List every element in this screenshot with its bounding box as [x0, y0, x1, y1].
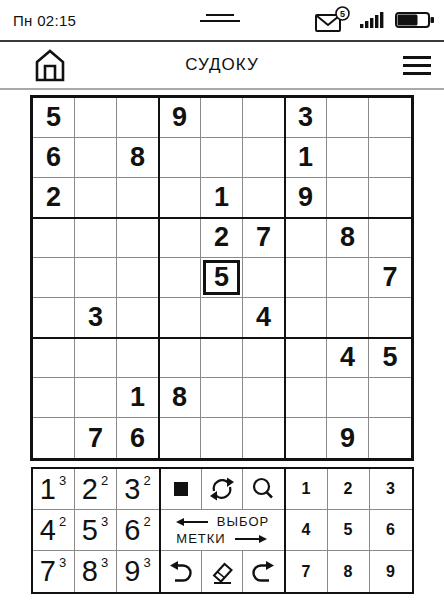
numpad-digit: 3 — [386, 480, 395, 498]
cell-r6c1[interactable] — [33, 298, 75, 338]
cell-r2c3[interactable]: 8 — [117, 138, 159, 178]
mark-digit: 3 — [124, 475, 140, 504]
numpad-digit: 1 — [302, 480, 311, 498]
cell-r9c8[interactable]: 9 — [327, 418, 369, 458]
cell-r1c5[interactable] — [201, 98, 243, 138]
mark-button-1[interactable]: 13 — [33, 469, 75, 510]
cell-r8c5[interactable] — [201, 378, 243, 418]
cell-r3c9[interactable] — [369, 178, 411, 218]
cell-r1c4[interactable]: 9 — [159, 98, 201, 138]
cell-r5c5[interactable]: 5 — [201, 258, 243, 298]
mark-digit: 4 — [40, 516, 56, 545]
restart-button[interactable] — [202, 469, 243, 510]
cell-r5c3[interactable] — [117, 258, 159, 298]
mark-button-6[interactable]: 62 — [117, 510, 159, 551]
header: СУДОКУ — [0, 42, 444, 90]
mark-count: 2 — [143, 515, 150, 528]
cell-r5c2[interactable] — [75, 258, 117, 298]
cell-r4c4[interactable] — [159, 218, 201, 258]
cell-r5c7[interactable] — [285, 258, 327, 298]
cell-r8c6[interactable] — [243, 378, 285, 418]
cell-r3c1[interactable]: 2 — [33, 178, 75, 218]
mode-line-marks: МЕТКИ — [176, 531, 267, 546]
cell-r9c3[interactable]: 6 — [117, 418, 159, 458]
mark-digit: 2 — [82, 475, 98, 504]
cell-r6c9[interactable] — [369, 298, 411, 338]
mark-count: 2 — [59, 515, 66, 528]
cell-r5c4[interactable] — [159, 258, 201, 298]
numpad-digit: 4 — [302, 521, 311, 539]
cell-r4c9[interactable] — [369, 218, 411, 258]
mark-button-7[interactable]: 73 — [33, 551, 75, 592]
signal-icon — [360, 11, 386, 29]
mark-digit: 8 — [82, 557, 98, 586]
cell-r7c3[interactable] — [117, 338, 159, 378]
mark-digit: 5 — [82, 516, 98, 545]
numpad-button-7[interactable]: 7 — [286, 551, 328, 592]
cell-r6c2[interactable]: 3 — [75, 298, 117, 338]
fill-mode-button[interactable] — [161, 469, 202, 510]
mark-button-5[interactable]: 53 — [75, 510, 117, 551]
numpad-button-2[interactable]: 2 — [328, 469, 370, 510]
cell-r2c1[interactable]: 6 — [33, 138, 75, 178]
toolbar-middle: ВЫБОР МЕТКИ — [159, 467, 286, 594]
number-pad: 123456789 — [284, 467, 414, 594]
mark-digit: 1 — [40, 475, 56, 504]
cell-r2c9[interactable] — [369, 138, 411, 178]
cell-r1c9[interactable] — [369, 98, 411, 138]
numpad-digit: 2 — [344, 480, 353, 498]
sudoku-app-screen: Пн 02:15 5 — [0, 0, 444, 600]
arrow-left-icon — [175, 517, 209, 527]
numpad-digit: 9 — [386, 563, 395, 581]
numpad-button-5[interactable]: 5 — [328, 510, 370, 551]
cell-r6c6[interactable]: 4 — [243, 298, 285, 338]
cell-r9c4[interactable] — [159, 418, 201, 458]
clock: Пн 02:15 — [0, 12, 76, 29]
mark-button-3[interactable]: 32 — [117, 469, 159, 510]
cell-r4c3[interactable] — [117, 218, 159, 258]
mark-count: 2 — [101, 474, 108, 487]
mark-button-8[interactable]: 83 — [75, 551, 117, 592]
cell-r7c6[interactable] — [243, 338, 285, 378]
cell-r9c5[interactable] — [201, 418, 243, 458]
cell-r2c4[interactable] — [159, 138, 201, 178]
redo-button[interactable] — [243, 551, 284, 592]
mail-icon: 5 — [314, 6, 351, 34]
status-bar: Пн 02:15 5 — [0, 0, 444, 42]
restart-icon — [208, 475, 236, 503]
cell-r9c9[interactable] — [369, 418, 411, 458]
cell-r7c8[interactable]: 4 — [327, 338, 369, 378]
numpad-button-3[interactable]: 3 — [370, 469, 412, 510]
cell-r3c8[interactable] — [327, 178, 369, 218]
cell-r2c2[interactable] — [75, 138, 117, 178]
menu-button[interactable] — [402, 51, 432, 79]
numpad-digit: 5 — [344, 521, 353, 539]
numpad-digit: 6 — [386, 521, 395, 539]
cell-r8c8[interactable] — [327, 378, 369, 418]
cell-r8c4[interactable]: 8 — [159, 378, 201, 418]
cell-r1c7[interactable]: 3 — [285, 98, 327, 138]
cell-r5c6[interactable] — [243, 258, 285, 298]
page-title: СУДОКУ — [0, 55, 444, 75]
eraser-icon — [208, 558, 236, 586]
cell-r3c6[interactable] — [243, 178, 285, 218]
mark-digit: 6 — [124, 516, 140, 545]
eraser-button[interactable] — [202, 551, 243, 592]
cell-r1c8[interactable] — [327, 98, 369, 138]
cell-r9c7[interactable] — [285, 418, 327, 458]
mark-button-9[interactable]: 93 — [117, 551, 159, 592]
cell-r4c8[interactable]: 8 — [327, 218, 369, 258]
mark-button-4[interactable]: 42 — [33, 510, 75, 551]
cell-r3c7[interactable]: 9 — [285, 178, 327, 218]
numpad-button-1[interactable]: 1 — [286, 469, 328, 510]
undo-icon — [166, 559, 196, 585]
redo-icon — [248, 559, 278, 585]
mark-count: 3 — [101, 556, 108, 569]
status-icons: 5 — [314, 0, 435, 40]
numpad-button-9[interactable]: 9 — [370, 551, 412, 592]
cell-r5c1[interactable] — [33, 258, 75, 298]
toolbar: 132232425362738393 — [31, 467, 414, 594]
cell-r4c7[interactable] — [285, 218, 327, 258]
mark-digit: 7 — [40, 557, 56, 586]
sudoku-board: 59368121927857344518769 — [30, 95, 414, 461]
cell-r1c3[interactable] — [117, 98, 159, 138]
numpad-button-4[interactable]: 4 — [286, 510, 328, 551]
cell-r5c9[interactable]: 7 — [369, 258, 411, 298]
mode-line-select: ВЫБОР — [175, 514, 269, 529]
cell-r9c2[interactable]: 7 — [75, 418, 117, 458]
numpad-digit: 7 — [302, 563, 311, 581]
mark-button-2[interactable]: 22 — [75, 469, 117, 510]
drag-handle-icon[interactable] — [198, 14, 242, 22]
cell-r6c8[interactable] — [327, 298, 369, 338]
numpad-button-6[interactable]: 6 — [370, 510, 412, 551]
cell-r4c5[interactable]: 2 — [201, 218, 243, 258]
cell-r4c6[interactable]: 7 — [243, 218, 285, 258]
cell-r6c7[interactable] — [285, 298, 327, 338]
arrow-right-icon — [234, 534, 268, 544]
cell-r2c7[interactable]: 1 — [285, 138, 327, 178]
cell-r2c8[interactable] — [327, 138, 369, 178]
numpad-button-8[interactable]: 8 — [328, 551, 370, 592]
cell-r4c2[interactable] — [75, 218, 117, 258]
cell-r1c6[interactable] — [243, 98, 285, 138]
cell-r2c6[interactable] — [243, 138, 285, 178]
cell-r7c1[interactable] — [33, 338, 75, 378]
cell-r3c4[interactable] — [159, 178, 201, 218]
cell-r1c1[interactable]: 5 — [33, 98, 75, 138]
mark-count: 3 — [59, 474, 66, 487]
mark-count: 2 — [143, 474, 150, 487]
cell-r3c5[interactable]: 1 — [201, 178, 243, 218]
mode-toggle-button[interactable]: ВЫБОР МЕТКИ — [161, 510, 284, 551]
cell-r6c4[interactable] — [159, 298, 201, 338]
fill-square-icon — [173, 481, 189, 497]
mark-digit: 9 — [124, 557, 140, 586]
cell-r8c3[interactable]: 1 — [117, 378, 159, 418]
cell-r3c3[interactable] — [117, 178, 159, 218]
cell-r6c5[interactable] — [201, 298, 243, 338]
cell-r7c4[interactable] — [159, 338, 201, 378]
cell-r1c2[interactable] — [75, 98, 117, 138]
undo-button[interactable] — [161, 551, 202, 592]
cell-r7c7[interactable] — [285, 338, 327, 378]
cell-r7c2[interactable] — [75, 338, 117, 378]
cell-r8c9[interactable] — [369, 378, 411, 418]
mail-badge: 5 — [340, 9, 345, 19]
cell-r8c1[interactable] — [33, 378, 75, 418]
cell-r9c1[interactable] — [33, 418, 75, 458]
mark-count: 3 — [143, 556, 150, 569]
cell-r8c2[interactable] — [75, 378, 117, 418]
cell-r8c7[interactable] — [285, 378, 327, 418]
cell-r9c6[interactable] — [243, 418, 285, 458]
cell-r2c5[interactable] — [201, 138, 243, 178]
search-button[interactable] — [243, 469, 284, 510]
menu-icon — [402, 56, 432, 75]
cell-r5c8[interactable] — [327, 258, 369, 298]
cell-r3c2[interactable] — [75, 178, 117, 218]
cell-r4c1[interactable] — [33, 218, 75, 258]
mark-count: 3 — [101, 515, 108, 528]
numpad-digit: 8 — [344, 563, 353, 581]
search-icon — [250, 476, 276, 502]
battery-icon — [395, 11, 435, 29]
pencil-mark-pad: 132232425362738393 — [31, 467, 161, 594]
cell-r7c9[interactable]: 5 — [369, 338, 411, 378]
cell-r7c5[interactable] — [201, 338, 243, 378]
mark-count: 3 — [59, 556, 66, 569]
cell-r6c3[interactable] — [117, 298, 159, 338]
